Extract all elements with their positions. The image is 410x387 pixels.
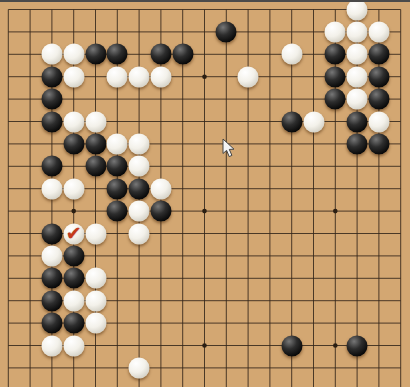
stone-white[interactable] [129,133,150,154]
stone-white[interactable] [129,66,150,87]
stone-black[interactable] [63,245,84,266]
stone-black[interactable] [107,44,128,65]
stone-white[interactable] [63,111,84,132]
stone-black[interactable] [172,44,193,65]
stone-white[interactable] [129,156,150,177]
stone-black[interactable] [41,313,62,334]
stone-black[interactable] [107,201,128,222]
stone-black[interactable] [347,133,368,154]
stone-white[interactable] [85,223,106,244]
stone-black[interactable] [368,89,389,110]
mouse-cursor [222,138,235,158]
stone-white[interactable] [347,66,368,87]
window-top-edge [0,0,410,2]
stone-black[interactable] [85,133,106,154]
stone-black[interactable] [281,111,302,132]
stone-white[interactable] [85,313,106,334]
stone-black[interactable] [347,335,368,356]
stone-black[interactable] [150,201,171,222]
stone-white[interactable] [63,178,84,199]
stone-black[interactable] [41,89,62,110]
stone-white[interactable] [347,44,368,65]
stone-black[interactable] [281,335,302,356]
stone-white[interactable] [347,0,368,20]
stone-white[interactable] [63,44,84,65]
stone-white[interactable] [347,21,368,42]
stone-white[interactable] [41,335,62,356]
stone-white[interactable] [303,111,324,132]
stone-white[interactable] [150,178,171,199]
stone-white[interactable] [41,245,62,266]
go-board[interactable]: ✔ [0,0,410,387]
stone-white[interactable] [129,223,150,244]
stone-black[interactable] [347,111,368,132]
go-board-screenshot: ✔ [0,0,410,387]
stone-white[interactable] [129,201,150,222]
stone-white[interactable] [150,66,171,87]
stone-white[interactable] [129,357,150,378]
stone-black[interactable] [85,156,106,177]
stone-black[interactable] [41,66,62,87]
stone-white[interactable] [368,21,389,42]
stone-black[interactable] [325,44,346,65]
stone-black[interactable] [41,223,62,244]
stone-black[interactable] [41,268,62,289]
stone-black[interactable] [216,21,237,42]
stone-white[interactable] [85,268,106,289]
stone-black[interactable] [63,313,84,334]
stone-black[interactable] [107,178,128,199]
stone-white[interactable] [63,335,84,356]
stone-black[interactable] [129,178,150,199]
stone-white[interactable] [107,133,128,154]
stone-black[interactable] [368,66,389,87]
stone-white[interactable] [41,178,62,199]
stone-white[interactable] [281,44,302,65]
stone-black[interactable] [368,44,389,65]
stone-white[interactable] [368,111,389,132]
stone-white[interactable] [41,44,62,65]
stone-black[interactable] [41,156,62,177]
stone-white[interactable] [85,111,106,132]
stone-black[interactable] [150,44,171,65]
stone-black[interactable] [63,268,84,289]
stone-white[interactable] [238,66,259,87]
stone-white[interactable] [325,21,346,42]
stone-black[interactable] [41,290,62,311]
stone-white[interactable] [63,290,84,311]
stone-black[interactable] [41,111,62,132]
checkmark-marker: ✔ [66,223,82,242]
stone-white[interactable] [347,89,368,110]
stone-black[interactable] [325,66,346,87]
stone-black[interactable] [368,133,389,154]
stone-black[interactable] [85,44,106,65]
stone-white[interactable] [107,66,128,87]
stone-black[interactable] [107,156,128,177]
stone-black[interactable] [325,89,346,110]
stone-white[interactable] [85,290,106,311]
stone-white[interactable] [63,66,84,87]
stone-black[interactable] [63,133,84,154]
